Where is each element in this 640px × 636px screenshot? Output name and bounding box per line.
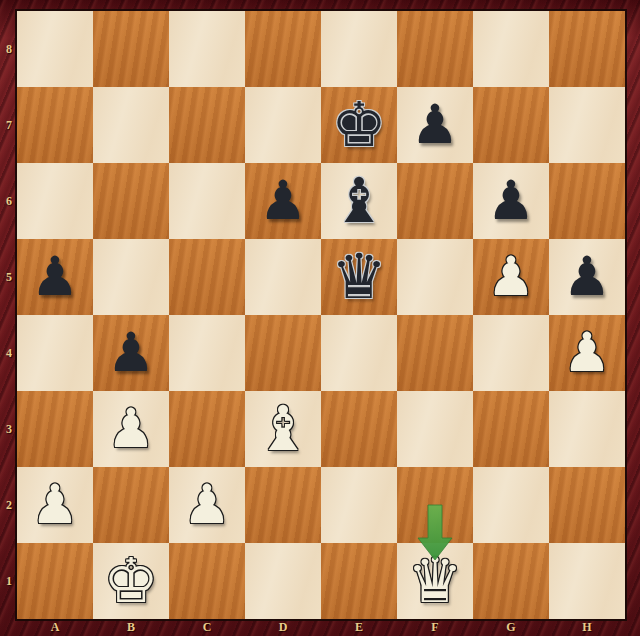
file-label-d: D — [279, 619, 288, 636]
square-h1[interactable] — [549, 543, 625, 619]
black-bishop-piece[interactable]: ♝ — [321, 163, 397, 239]
square-f1[interactable]: ♛ — [397, 543, 473, 619]
square-b1[interactable]: ♚ — [93, 543, 169, 619]
square-f3[interactable] — [397, 391, 473, 467]
square-b7[interactable] — [93, 87, 169, 163]
square-c6[interactable] — [169, 163, 245, 239]
square-g4[interactable] — [473, 315, 549, 391]
white-pawn-piece[interactable]: ♟ — [169, 467, 245, 543]
square-d5[interactable] — [245, 239, 321, 315]
square-e3[interactable] — [321, 391, 397, 467]
file-label-e: E — [355, 619, 363, 636]
square-d3[interactable]: ♝ — [245, 391, 321, 467]
square-f4[interactable] — [397, 315, 473, 391]
rank-label-5: 5 — [2, 270, 16, 285]
black-pawn-piece[interactable]: ♟ — [245, 163, 321, 239]
white-king-piece[interactable]: ♚ — [93, 543, 169, 619]
square-e1[interactable] — [321, 543, 397, 619]
square-c4[interactable] — [169, 315, 245, 391]
square-f2[interactable] — [397, 467, 473, 543]
square-h3[interactable] — [549, 391, 625, 467]
file-label-g: G — [506, 619, 515, 636]
square-d1[interactable] — [245, 543, 321, 619]
square-d8[interactable] — [245, 11, 321, 87]
square-g1[interactable] — [473, 543, 549, 619]
square-g7[interactable] — [473, 87, 549, 163]
square-h6[interactable] — [549, 163, 625, 239]
board: ♚♟♟♝♟♟♛♟♟♟♟♟♝♟♟♚♛ — [17, 11, 625, 619]
square-a7[interactable] — [17, 87, 93, 163]
file-label-f: F — [431, 619, 438, 636]
black-pawn-piece[interactable]: ♟ — [549, 239, 625, 315]
white-pawn-piece[interactable]: ♟ — [17, 467, 93, 543]
square-h4[interactable]: ♟ — [549, 315, 625, 391]
square-g8[interactable] — [473, 11, 549, 87]
square-a1[interactable] — [17, 543, 93, 619]
square-a2[interactable]: ♟ — [17, 467, 93, 543]
square-d6[interactable]: ♟ — [245, 163, 321, 239]
square-c8[interactable] — [169, 11, 245, 87]
square-f7[interactable]: ♟ — [397, 87, 473, 163]
black-queen-piece[interactable]: ♛ — [321, 239, 397, 315]
file-label-c: C — [203, 619, 212, 636]
rank-label-3: 3 — [2, 422, 16, 437]
white-pawn-piece[interactable]: ♟ — [473, 239, 549, 315]
square-c3[interactable] — [169, 391, 245, 467]
rank-label-6: 6 — [2, 194, 16, 209]
square-e5[interactable]: ♛ — [321, 239, 397, 315]
rank-label-8: 8 — [2, 42, 16, 57]
square-b5[interactable] — [93, 239, 169, 315]
chess-board-frame: ♚♟♟♝♟♟♛♟♟♟♟♟♝♟♟♚♛ 87654321ABCDEFGH — [0, 0, 640, 636]
square-g6[interactable]: ♟ — [473, 163, 549, 239]
square-h2[interactable] — [549, 467, 625, 543]
square-d7[interactable] — [245, 87, 321, 163]
black-pawn-piece[interactable]: ♟ — [17, 239, 93, 315]
square-h8[interactable] — [549, 11, 625, 87]
square-g3[interactable] — [473, 391, 549, 467]
square-b4[interactable]: ♟ — [93, 315, 169, 391]
square-a3[interactable] — [17, 391, 93, 467]
square-f6[interactable] — [397, 163, 473, 239]
square-e4[interactable] — [321, 315, 397, 391]
square-e8[interactable] — [321, 11, 397, 87]
square-e2[interactable] — [321, 467, 397, 543]
square-c7[interactable] — [169, 87, 245, 163]
rank-label-7: 7 — [2, 118, 16, 133]
square-a5[interactable]: ♟ — [17, 239, 93, 315]
file-label-a: A — [51, 619, 60, 636]
square-b8[interactable] — [93, 11, 169, 87]
square-c1[interactable] — [169, 543, 245, 619]
black-king-piece[interactable]: ♚ — [321, 87, 397, 163]
file-label-b: B — [127, 619, 135, 636]
file-label-h: H — [582, 619, 591, 636]
square-f5[interactable] — [397, 239, 473, 315]
black-pawn-piece[interactable]: ♟ — [473, 163, 549, 239]
white-pawn-piece[interactable]: ♟ — [549, 315, 625, 391]
black-pawn-piece[interactable]: ♟ — [397, 87, 473, 163]
white-queen-piece[interactable]: ♛ — [397, 543, 473, 619]
square-e7[interactable]: ♚ — [321, 87, 397, 163]
square-d4[interactable] — [245, 315, 321, 391]
square-a8[interactable] — [17, 11, 93, 87]
white-bishop-piece[interactable]: ♝ — [245, 391, 321, 467]
square-h5[interactable]: ♟ — [549, 239, 625, 315]
white-pawn-piece[interactable]: ♟ — [93, 391, 169, 467]
square-h7[interactable] — [549, 87, 625, 163]
square-g2[interactable] — [473, 467, 549, 543]
square-c2[interactable]: ♟ — [169, 467, 245, 543]
square-a6[interactable] — [17, 163, 93, 239]
square-b6[interactable] — [93, 163, 169, 239]
square-f8[interactable] — [397, 11, 473, 87]
square-c5[interactable] — [169, 239, 245, 315]
square-d2[interactable] — [245, 467, 321, 543]
square-b2[interactable] — [93, 467, 169, 543]
rank-label-4: 4 — [2, 346, 16, 361]
square-a4[interactable] — [17, 315, 93, 391]
black-pawn-piece[interactable]: ♟ — [93, 315, 169, 391]
square-g5[interactable]: ♟ — [473, 239, 549, 315]
rank-label-2: 2 — [2, 498, 16, 513]
square-e6[interactable]: ♝ — [321, 163, 397, 239]
rank-label-1: 1 — [2, 574, 16, 589]
square-b3[interactable]: ♟ — [93, 391, 169, 467]
